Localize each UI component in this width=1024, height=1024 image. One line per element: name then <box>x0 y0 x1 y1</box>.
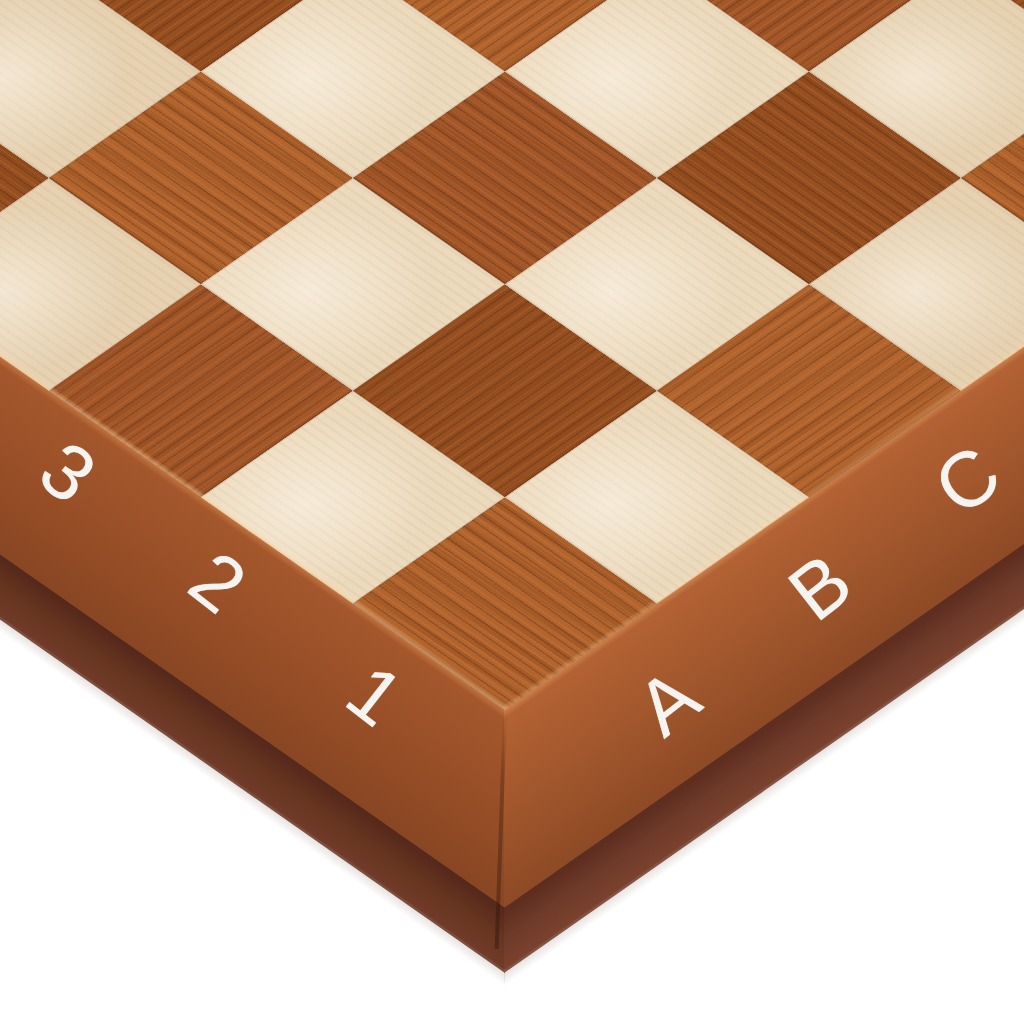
product-photo-stage: 123ABC <box>0 0 1024 1024</box>
